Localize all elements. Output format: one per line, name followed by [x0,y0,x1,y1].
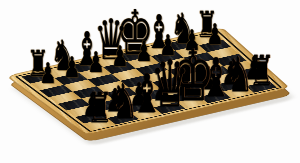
pieces-layer: ♜♞♝♛♚♝♞♜♟♟♟♟♟♟♟♟♟♟♟♟♟♟♟♟♜♞♝♛♚♝♞♜ [0,0,300,163]
piece-white-pawn-b2[interactable]: ♟ [63,54,80,83]
piece-black-knight-b8[interactable]: ♞ [109,76,138,124]
piece-white-pawn-a2[interactable]: ♟ [39,60,56,89]
piece-white-pawn-c2[interactable]: ♟ [87,49,104,78]
piece-black-rook-a8[interactable]: ♜ [88,88,113,130]
piece-white-pawn-d2[interactable]: ♟ [111,43,128,72]
chess-set-photo: ♜♞♝♛♚♝♞♜♟♟♟♟♟♟♟♟♟♟♟♟♟♟♟♟♜♞♝♛♚♝♞♜ [0,0,300,163]
